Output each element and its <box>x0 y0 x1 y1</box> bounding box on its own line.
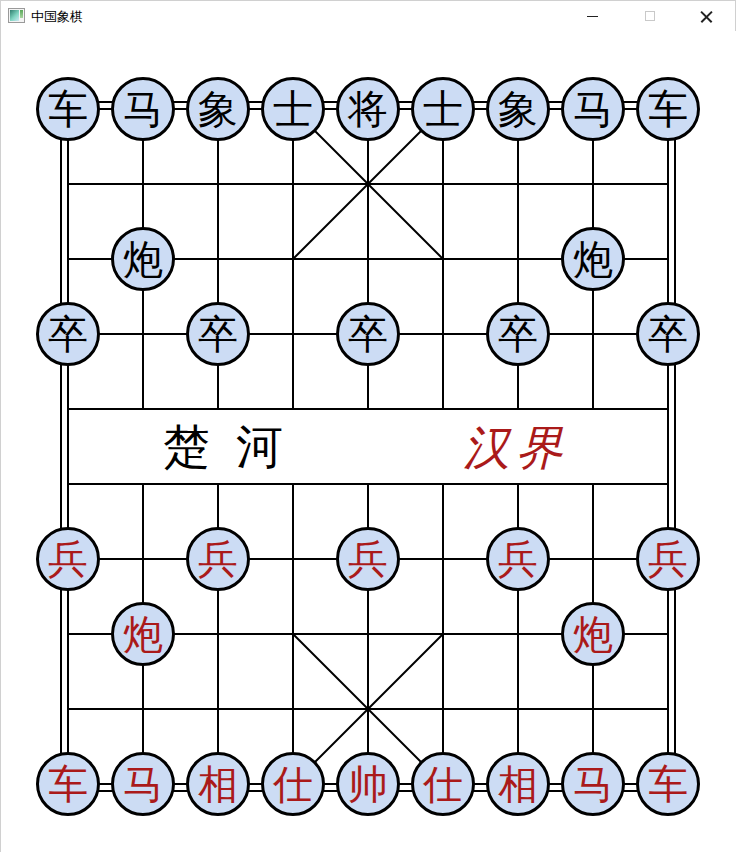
close-icon <box>700 10 713 23</box>
piece-red-cannon[interactable]: 炮 <box>111 602 175 666</box>
river-label-chu-he: 楚河 <box>163 416 309 479</box>
maximize-button[interactable] <box>621 1 678 31</box>
piece-red-chariot[interactable]: 车 <box>36 752 100 816</box>
piece-black-cannon[interactable]: 炮 <box>561 227 625 291</box>
title-bar: 中国象棋 <box>1 1 735 31</box>
piece-red-general[interactable]: 帅 <box>336 752 400 816</box>
window-controls <box>564 1 735 31</box>
piece-red-advisor[interactable]: 仕 <box>261 752 325 816</box>
piece-red-soldier[interactable]: 兵 <box>336 527 400 591</box>
app-window: 中国象棋 楚河 汉界 车马象士将士象马车炮炮卒卒卒卒卒兵兵兵兵兵炮炮车马相仕帅仕… <box>0 0 736 852</box>
piece-black-advisor[interactable]: 士 <box>261 77 325 141</box>
piece-red-cannon[interactable]: 炮 <box>561 602 625 666</box>
board-grid <box>1 31 736 852</box>
piece-black-soldier[interactable]: 卒 <box>336 302 400 366</box>
app-icon <box>8 8 25 23</box>
app-icon-graphic <box>20 10 23 18</box>
piece-black-chariot[interactable]: 车 <box>36 77 100 141</box>
piece-red-horse[interactable]: 马 <box>561 752 625 816</box>
piece-black-soldier[interactable]: 卒 <box>186 302 250 366</box>
window-title: 中国象棋 <box>31 8 83 26</box>
piece-black-soldier[interactable]: 卒 <box>36 302 100 366</box>
piece-black-horse[interactable]: 马 <box>111 77 175 141</box>
piece-red-soldier[interactable]: 兵 <box>186 527 250 591</box>
board-area: 楚河 汉界 车马象士将士象马车炮炮卒卒卒卒卒兵兵兵兵兵炮炮车马相仕帅仕相马车 <box>1 31 736 852</box>
maximize-icon <box>645 11 655 21</box>
piece-black-soldier[interactable]: 卒 <box>486 302 550 366</box>
close-button[interactable] <box>678 1 735 31</box>
piece-red-horse[interactable]: 马 <box>111 752 175 816</box>
piece-red-advisor[interactable]: 仕 <box>411 752 475 816</box>
piece-black-cannon[interactable]: 炮 <box>111 227 175 291</box>
piece-red-soldier[interactable]: 兵 <box>36 527 100 591</box>
piece-black-general[interactable]: 将 <box>336 77 400 141</box>
minimize-button[interactable] <box>564 1 621 31</box>
piece-black-advisor[interactable]: 士 <box>411 77 475 141</box>
piece-red-soldier[interactable]: 兵 <box>486 527 550 591</box>
piece-black-horse[interactable]: 马 <box>561 77 625 141</box>
river-label-han-jie: 汉界 <box>463 417 569 480</box>
app-icon-graphic <box>10 10 19 21</box>
piece-black-soldier[interactable]: 卒 <box>636 302 700 366</box>
piece-red-elephant[interactable]: 相 <box>186 752 250 816</box>
piece-black-chariot[interactable]: 车 <box>636 77 700 141</box>
minimize-icon <box>587 16 598 17</box>
piece-red-chariot[interactable]: 车 <box>636 752 700 816</box>
piece-black-elephant[interactable]: 象 <box>186 77 250 141</box>
piece-red-soldier[interactable]: 兵 <box>636 527 700 591</box>
piece-black-elephant[interactable]: 象 <box>486 77 550 141</box>
piece-red-elephant[interactable]: 相 <box>486 752 550 816</box>
